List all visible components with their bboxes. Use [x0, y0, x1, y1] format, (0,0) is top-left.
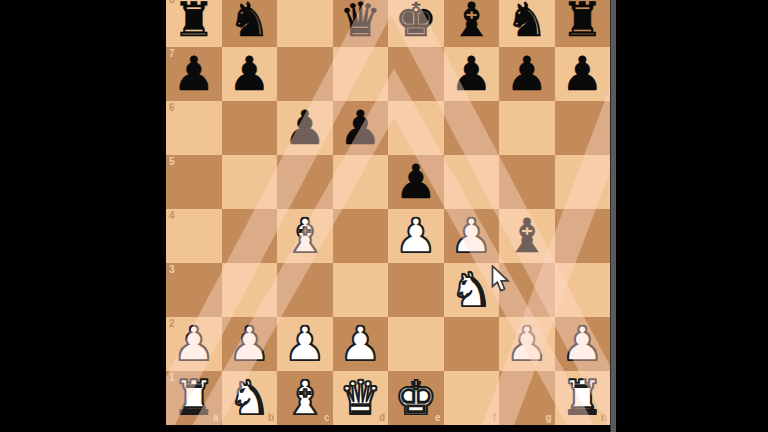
piece-black-pawn[interactable]: ♟ [561, 50, 603, 97]
piece-black-pawn[interactable]: ♟ [450, 50, 492, 97]
square-b2[interactable]: ♟ [222, 317, 278, 371]
square-a1[interactable]: 1a♜ [166, 371, 222, 425]
square-e4[interactable]: ♟ [388, 209, 444, 263]
piece-black-rook[interactable]: ♜ [561, 0, 603, 43]
piece-white-rook[interactable]: ♜ [173, 374, 215, 421]
file-label: f [493, 413, 496, 423]
square-g8[interactable]: ♞ [499, 0, 555, 47]
square-g3[interactable] [499, 263, 555, 317]
piece-black-knight[interactable]: ♞ [506, 0, 548, 43]
square-b6[interactable] [222, 101, 278, 155]
square-d1[interactable]: d♛ [333, 371, 389, 425]
square-c8[interactable] [277, 0, 333, 47]
square-f8[interactable]: ♝ [444, 0, 500, 47]
square-g1[interactable]: g [499, 371, 555, 425]
scrollbar[interactable] [610, 0, 616, 432]
square-d8[interactable]: ♛ [333, 0, 389, 47]
square-f6[interactable] [444, 101, 500, 155]
square-b8[interactable]: ♞ [222, 0, 278, 47]
square-c7[interactable] [277, 47, 333, 101]
square-d2[interactable]: ♟ [333, 317, 389, 371]
square-g5[interactable] [499, 155, 555, 209]
piece-black-queen[interactable]: ♛ [339, 0, 381, 43]
square-b5[interactable] [222, 155, 278, 209]
square-h2[interactable]: ♟ [555, 317, 611, 371]
square-h1[interactable]: h♜ [555, 371, 611, 425]
square-f5[interactable] [444, 155, 500, 209]
piece-white-bishop[interactable]: ♝ [284, 212, 326, 259]
piece-black-pawn[interactable]: ♟ [395, 158, 437, 205]
rank-label: 3 [169, 265, 175, 275]
square-h5[interactable] [555, 155, 611, 209]
square-e6[interactable] [388, 101, 444, 155]
square-d4[interactable] [333, 209, 389, 263]
square-d7[interactable] [333, 47, 389, 101]
square-e7[interactable] [388, 47, 444, 101]
square-h4[interactable] [555, 209, 611, 263]
file-label: g [545, 413, 551, 423]
piece-black-king[interactable]: ♚ [395, 0, 437, 43]
square-c4[interactable]: ♝ [277, 209, 333, 263]
square-a6[interactable]: 6 [166, 101, 222, 155]
square-g4[interactable]: ♝ [499, 209, 555, 263]
square-f1[interactable]: f [444, 371, 500, 425]
square-a3[interactable]: 3 [166, 263, 222, 317]
piece-white-pawn[interactable]: ♟ [395, 212, 437, 259]
piece-white-queen[interactable]: ♛ [339, 374, 381, 421]
screen: 8♜♞♛♚♝♞♜7♟♟♟♟♟6♟♟5♟4♝♟♟♝3♞2♟♟♟♟♟♟1a♜b♞c♝… [0, 0, 768, 432]
square-h7[interactable]: ♟ [555, 47, 611, 101]
square-b7[interactable]: ♟ [222, 47, 278, 101]
piece-black-pawn[interactable]: ♟ [284, 104, 326, 151]
piece-white-pawn[interactable]: ♟ [228, 320, 270, 367]
square-c6[interactable]: ♟ [277, 101, 333, 155]
chess-board[interactable]: 8♜♞♛♚♝♞♜7♟♟♟♟♟6♟♟5♟4♝♟♟♝3♞2♟♟♟♟♟♟1a♜b♞c♝… [166, 0, 610, 425]
piece-white-knight[interactable]: ♞ [228, 374, 270, 421]
piece-black-pawn[interactable]: ♟ [173, 50, 215, 97]
square-a2[interactable]: 2♟ [166, 317, 222, 371]
piece-black-pawn[interactable]: ♟ [506, 50, 548, 97]
piece-white-pawn[interactable]: ♟ [561, 320, 603, 367]
piece-white-king[interactable]: ♚ [395, 374, 437, 421]
square-b3[interactable] [222, 263, 278, 317]
piece-black-knight[interactable]: ♞ [228, 0, 270, 43]
square-h8[interactable]: ♜ [555, 0, 611, 47]
piece-black-pawn[interactable]: ♟ [228, 50, 270, 97]
piece-white-pawn[interactable]: ♟ [284, 320, 326, 367]
square-c3[interactable] [277, 263, 333, 317]
piece-white-pawn[interactable]: ♟ [339, 320, 381, 367]
rank-label: 5 [169, 157, 175, 167]
piece-white-pawn[interactable]: ♟ [450, 212, 492, 259]
piece-black-bishop[interactable]: ♝ [506, 212, 548, 259]
square-b1[interactable]: b♞ [222, 371, 278, 425]
piece-black-rook[interactable]: ♜ [173, 0, 215, 43]
square-h6[interactable] [555, 101, 611, 155]
square-g7[interactable]: ♟ [499, 47, 555, 101]
square-f4[interactable]: ♟ [444, 209, 500, 263]
square-f2[interactable] [444, 317, 500, 371]
square-f3[interactable]: ♞ [444, 263, 500, 317]
square-g6[interactable] [499, 101, 555, 155]
square-f7[interactable]: ♟ [444, 47, 500, 101]
square-a4[interactable]: 4 [166, 209, 222, 263]
piece-black-bishop[interactable]: ♝ [450, 0, 492, 43]
square-h3[interactable] [555, 263, 611, 317]
square-c5[interactable] [277, 155, 333, 209]
piece-black-pawn[interactable]: ♟ [339, 104, 381, 151]
piece-white-rook[interactable]: ♜ [561, 374, 603, 421]
square-a8[interactable]: 8♜ [166, 0, 222, 47]
square-b4[interactable] [222, 209, 278, 263]
square-d5[interactable] [333, 155, 389, 209]
letterbox-right [615, 0, 768, 432]
piece-white-knight[interactable]: ♞ [450, 266, 492, 313]
square-a7[interactable]: 7♟ [166, 47, 222, 101]
square-e2[interactable] [388, 317, 444, 371]
square-a5[interactable]: 5 [166, 155, 222, 209]
rank-label: 4 [169, 211, 175, 221]
square-c1[interactable]: c♝ [277, 371, 333, 425]
piece-white-bishop[interactable]: ♝ [284, 374, 326, 421]
piece-white-pawn[interactable]: ♟ [173, 320, 215, 367]
letterbox-left [0, 0, 166, 432]
square-c2[interactable]: ♟ [277, 317, 333, 371]
square-d3[interactable] [333, 263, 389, 317]
square-e8[interactable]: ♚ [388, 0, 444, 47]
square-e3[interactable] [388, 263, 444, 317]
piece-white-pawn[interactable]: ♟ [506, 320, 548, 367]
square-d6[interactable]: ♟ [333, 101, 389, 155]
rank-label: 6 [169, 103, 175, 113]
square-e5[interactable]: ♟ [388, 155, 444, 209]
square-e1[interactable]: e♚ [388, 371, 444, 425]
square-g2[interactable]: ♟ [499, 317, 555, 371]
